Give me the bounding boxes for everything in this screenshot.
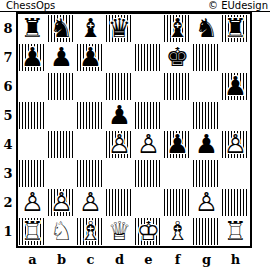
file-label-g: g: [192, 252, 221, 267]
square-d8[interactable]: ♛: [105, 14, 134, 43]
square-c6[interactable]: [76, 72, 105, 101]
piece-black-knight[interactable]: ♞: [48, 14, 75, 43]
square-a4[interactable]: [18, 130, 47, 159]
piece-black-bishop[interactable]: ♝: [164, 14, 191, 43]
piece-black-queen[interactable]: ♛: [106, 14, 133, 43]
piece-white-pawn[interactable]: ♙: [134, 130, 163, 159]
square-d2[interactable]: [105, 188, 134, 217]
file-label-b: b: [47, 252, 76, 267]
piece-black-pawn[interactable]: ♟: [222, 72, 249, 101]
square-e5[interactable]: [134, 101, 163, 130]
square-d4[interactable]: ♙: [105, 130, 134, 159]
piece-white-pawn[interactable]: ♙: [106, 130, 133, 159]
square-h4[interactable]: ♙: [221, 130, 250, 159]
piece-black-rook[interactable]: ♜: [222, 14, 249, 43]
title-bar: ChessOps © EUdesign: [0, 0, 270, 12]
square-h3[interactable]: [221, 159, 250, 188]
square-d6[interactable]: [105, 72, 134, 101]
square-h5[interactable]: [221, 101, 250, 130]
square-g6[interactable]: [192, 72, 221, 101]
square-g2[interactable]: ♙: [192, 188, 221, 217]
square-e1[interactable]: ♔: [134, 217, 163, 246]
square-f2[interactable]: [163, 188, 192, 217]
square-c4[interactable]: [76, 130, 105, 159]
square-d1[interactable]: ♕: [105, 217, 134, 246]
square-a7[interactable]: ♟: [18, 43, 47, 72]
square-e6[interactable]: [134, 72, 163, 101]
square-h8[interactable]: ♜: [221, 14, 250, 43]
square-a8[interactable]: ♜: [18, 14, 47, 43]
piece-white-pawn[interactable]: ♙: [48, 188, 75, 217]
piece-white-rook[interactable]: ♖: [221, 217, 250, 246]
file-label-a: a: [18, 252, 47, 267]
square-b6[interactable]: [47, 72, 76, 101]
piece-black-pawn[interactable]: ♟: [192, 130, 221, 159]
piece-white-pawn[interactable]: ♙: [18, 188, 47, 217]
piece-black-pawn[interactable]: ♟: [164, 130, 191, 159]
rank-label-2: 2: [0, 188, 16, 217]
square-b2[interactable]: ♙: [47, 188, 76, 217]
rank-label-4: 4: [0, 130, 16, 159]
square-g8[interactable]: ♞: [192, 14, 221, 43]
piece-black-pawn[interactable]: ♟: [19, 43, 46, 72]
piece-white-bishop[interactable]: ♗: [163, 217, 192, 246]
square-e7[interactable]: [134, 43, 163, 72]
rank-label-6: 6: [0, 72, 16, 101]
file-label-c: c: [76, 252, 105, 267]
board: ♜♞♝♛♝♞♜♟♟♟♚♟♟♙♙♟♟♙♙♙♙♙♖♘♗♕♔♗♖: [16, 12, 252, 248]
square-f4[interactable]: ♟: [163, 130, 192, 159]
square-g5[interactable]: [192, 101, 221, 130]
square-c7[interactable]: ♟: [76, 43, 105, 72]
board-area: 87654321 ♜♞♝♛♝♞♜♟♟♟♚♟♟♙♙♟♟♙♙♙♙♙♖♘♗♕♔♗♖: [0, 12, 270, 248]
square-h1[interactable]: ♖: [221, 217, 250, 246]
square-e4[interactable]: ♙: [134, 130, 163, 159]
app-title: ChessOps: [6, 0, 55, 11]
square-f1[interactable]: ♗: [163, 217, 192, 246]
square-a3[interactable]: [18, 159, 47, 188]
rank-labels: 87654321: [0, 12, 16, 246]
square-b4[interactable]: [47, 130, 76, 159]
square-f3[interactable]: [163, 159, 192, 188]
square-b8[interactable]: ♞: [47, 14, 76, 43]
piece-white-rook[interactable]: ♖: [19, 217, 46, 246]
file-labels: abcdefgh: [18, 248, 270, 267]
square-b3[interactable]: [47, 159, 76, 188]
piece-white-pawn[interactable]: ♙: [192, 188, 221, 217]
square-b5[interactable]: [47, 101, 76, 130]
piece-black-pawn[interactable]: ♟: [77, 43, 104, 72]
piece-black-pawn[interactable]: ♟: [47, 43, 76, 72]
square-c1[interactable]: ♗: [76, 217, 105, 246]
rank-label-5: 5: [0, 101, 16, 130]
square-h6[interactable]: ♟: [221, 72, 250, 101]
square-c2[interactable]: ♙: [76, 188, 105, 217]
file-label-f: f: [163, 252, 192, 267]
square-a1[interactable]: ♖: [18, 217, 47, 246]
square-h7[interactable]: [221, 43, 250, 72]
square-g4[interactable]: ♟: [192, 130, 221, 159]
rank-label-7: 7: [0, 43, 16, 72]
square-d3[interactable]: [105, 159, 134, 188]
square-b7[interactable]: ♟: [47, 43, 76, 72]
square-e2[interactable]: [134, 188, 163, 217]
square-a6[interactable]: [18, 72, 47, 101]
square-b1[interactable]: ♘: [47, 217, 76, 246]
piece-black-bishop[interactable]: ♝: [76, 14, 105, 43]
file-label-d: d: [105, 252, 134, 267]
piece-black-rook[interactable]: ♜: [18, 14, 47, 43]
square-f7[interactable]: ♚: [163, 43, 192, 72]
piece-white-pawn[interactable]: ♙: [222, 130, 249, 159]
square-g1[interactable]: [192, 217, 221, 246]
piece-black-knight[interactable]: ♞: [192, 14, 221, 43]
piece-black-pawn[interactable]: ♟: [105, 101, 134, 130]
square-c5[interactable]: [76, 101, 105, 130]
file-label-e: e: [134, 252, 163, 267]
piece-white-knight[interactable]: ♘: [47, 217, 76, 246]
rank-label-8: 8: [0, 14, 16, 43]
file-label-h: h: [221, 252, 250, 267]
piece-white-bishop[interactable]: ♗: [77, 217, 104, 246]
square-g3[interactable]: [192, 159, 221, 188]
piece-white-queen[interactable]: ♕: [105, 217, 134, 246]
square-d5[interactable]: ♟: [105, 101, 134, 130]
square-h2[interactable]: [221, 188, 250, 217]
rank-label-1: 1: [0, 217, 16, 246]
square-e3[interactable]: [134, 159, 163, 188]
square-e8[interactable]: [134, 14, 163, 43]
square-f8[interactable]: ♝: [163, 14, 192, 43]
square-c8[interactable]: ♝: [76, 14, 105, 43]
chessops-window: ChessOps © EUdesign 87654321 ♜♞♝♛♝♞♜♟♟♟♚…: [0, 0, 270, 270]
square-d7[interactable]: [105, 43, 134, 72]
piece-white-king[interactable]: ♔: [135, 217, 162, 246]
square-f5[interactable]: [163, 101, 192, 130]
piece-black-king[interactable]: ♚: [163, 43, 192, 72]
square-c3[interactable]: [76, 159, 105, 188]
square-g7[interactable]: [192, 43, 221, 72]
square-f6[interactable]: [163, 72, 192, 101]
credit-label: © EUdesign: [208, 0, 268, 11]
piece-white-pawn[interactable]: ♙: [76, 188, 105, 217]
square-a2[interactable]: ♙: [18, 188, 47, 217]
rank-label-3: 3: [0, 159, 16, 188]
square-a5[interactable]: [18, 101, 47, 130]
